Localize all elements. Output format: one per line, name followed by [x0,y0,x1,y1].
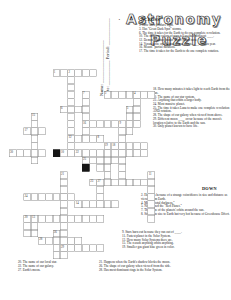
grid-cell[interactable] [140,142,147,149]
grid-cell[interactable] [148,193,155,200]
grid-cell[interactable] [82,244,89,251]
grid-cell[interactable] [89,120,96,127]
cell-number: 6 [61,106,63,110]
grid-cell[interactable] [82,150,89,157]
grid-cell[interactable] [60,69,67,76]
grid-cell[interactable] [31,230,38,237]
grid-cell[interactable] [16,150,23,157]
grid-cell[interactable] [148,208,155,215]
grid-cell[interactable] [75,215,82,222]
grid-cell[interactable] [118,128,125,135]
grid-cell[interactable] [82,69,89,76]
grid-cell[interactable] [67,84,74,91]
cell-number: 27 [98,179,101,183]
grid-cell-black [53,150,60,157]
grid-cell[interactable] [38,193,45,200]
grid-cell[interactable] [89,69,96,76]
grid-cell[interactable]: 9 [118,120,125,127]
grid-cell[interactable] [140,91,147,98]
clue-18: 18. How many minutes it takes light to r… [153,87,231,94]
grid-cell[interactable] [67,98,74,105]
grid-cell[interactable] [148,179,155,186]
cell-number: 13 [32,216,35,220]
across-clues-main: 1. How stars produce light.3. Has "Great… [139,23,231,53]
grid-cell[interactable] [45,237,52,244]
grid-cell[interactable] [97,244,104,251]
grid-cell[interactable] [133,150,140,157]
grid-cell[interactable] [53,244,60,251]
grid-cell[interactable] [89,157,96,164]
grid-cell[interactable] [133,142,140,149]
grid-cell[interactable]: 25 [82,157,89,164]
grid-cell[interactable] [118,150,125,157]
grid-cell[interactable] [133,120,140,127]
grid-cell[interactable] [24,150,31,157]
cell-number: 21 [61,172,64,176]
grid-cell[interactable] [75,237,82,244]
grid-cell[interactable] [67,77,74,84]
grid-cell[interactable] [60,193,67,200]
grid-cell[interactable] [104,179,111,186]
title-bullet: · [118,15,121,24]
grid-cell[interactable]: 19 [104,142,111,149]
grid-cell[interactable] [97,164,104,171]
grid-cell[interactable] [126,150,133,157]
grid-cell[interactable] [97,215,104,222]
grid-cell[interactable] [45,193,52,200]
grid-cell[interactable]: 27 [97,179,104,186]
grid-cell[interactable] [31,150,38,157]
grid-cell[interactable]: 3 [104,91,111,98]
clue-27: 27. Earth's moon. [18,267,97,271]
cell-number: 20 [25,216,28,220]
grid-cell[interactable]: 8 [97,135,104,142]
grid-cell[interactable] [82,215,89,222]
grid-cell[interactable] [148,91,155,98]
clue-25: 25. The time it takes Luna to make one c… [153,106,231,113]
clue-17: 17. The time it takes for the Earth to d… [139,49,231,53]
grid-cell[interactable]: 2 [67,69,74,76]
grid-cell[interactable]: 16 [82,120,89,127]
cell-number: 17 [25,128,28,132]
grid-cell[interactable]: 28 [38,237,45,244]
grid-cell[interactable] [24,230,31,237]
grid-cell[interactable] [118,179,125,186]
grid-cell[interactable] [53,237,60,244]
cell-number: 5 [127,106,129,110]
grid-cell[interactable]: 29 [60,244,67,251]
grid-cell[interactable] [67,150,74,157]
grid-cell[interactable] [104,150,111,157]
grid-cell[interactable] [97,201,104,208]
grid-cell[interactable]: 17 [24,128,31,135]
grid-cell[interactable] [24,223,31,230]
grid-cell[interactable] [53,193,60,200]
grid-cell[interactable] [126,91,133,98]
grid-cell[interactable] [133,98,140,105]
clue-28: 28. Has most dominant rings in the Solar… [99,267,229,271]
grid-cell[interactable]: 12 [67,135,74,142]
grid-cell[interactable] [31,128,38,135]
grid-cell[interactable] [82,128,89,135]
grid-cell[interactable] [126,128,133,135]
cell-number: 2 [68,70,70,74]
grid-cell[interactable] [31,142,38,149]
grid-cell[interactable] [118,171,125,178]
grid-cell[interactable]: 26 [53,230,60,237]
cell-number: 23 [90,179,93,183]
grid-cell[interactable] [82,106,89,113]
cell-number: 9 [119,121,121,125]
grid-cell[interactable] [67,128,74,135]
grid-cell[interactable] [67,237,74,244]
grid-cell[interactable] [60,179,67,186]
grid-cell[interactable] [104,164,111,171]
grid-cell[interactable] [133,113,140,120]
grid-cell[interactable] [133,179,140,186]
grid-cell[interactable] [82,201,89,208]
grid-cell[interactable] [140,179,147,186]
down-header: DOWN [202,186,217,191]
grid-cell[interactable] [118,91,125,98]
grid-cell[interactable] [38,150,45,157]
grid-cell[interactable] [60,201,67,208]
grid-cell[interactable]: 15 [31,113,38,120]
clue-number: 27. [18,267,23,271]
across-header: ACROSS [141,17,160,22]
grid-cell[interactable] [97,186,104,193]
grid-cell[interactable]: 23 [89,179,96,186]
grid-cell[interactable] [126,113,133,120]
grid-cell[interactable]: 7 [82,91,89,98]
grid-cell[interactable]: 4 [133,91,140,98]
grid-cell[interactable] [31,120,38,127]
cell-number: 10 [61,150,64,154]
grid-cell[interactable] [97,120,104,127]
grid-cell[interactable]: 22 [75,150,82,157]
grid-cell[interactable] [60,223,67,230]
grid-cell[interactable] [31,157,38,164]
clue-number: 17. [139,49,144,53]
grid-cell[interactable] [89,215,96,222]
cell-number: 29 [61,245,64,249]
grid-cell[interactable] [89,244,96,251]
grid-cell[interactable]: 20 [24,215,31,222]
grid-cell[interactable]: 21 [60,171,67,178]
cell-number: 22 [76,150,79,154]
grid-cell[interactable] [111,201,118,208]
grid-cell[interactable] [89,135,96,142]
grid-cell[interactable] [89,201,96,208]
grid-cell[interactable]: 1 [53,69,60,76]
grid-cell[interactable]: 14 [75,201,82,208]
grid-cell[interactable] [104,157,111,164]
cell-number: 11 [149,172,152,176]
cell-number: 15 [32,114,35,118]
grid-cell[interactable] [60,215,67,222]
grid-cell[interactable] [104,171,111,178]
grid-cell[interactable] [111,150,118,157]
grid-cell[interactable] [118,135,125,142]
grid-cell[interactable] [45,215,52,222]
worksheet-page: · Astronomy Puzzle Name: _______________… [0,0,231,300]
grid-cell[interactable] [89,150,96,157]
cell-number: 8 [98,135,100,139]
grid-cell[interactable] [60,237,67,244]
grid-cell[interactable] [67,244,74,251]
grid-cell[interactable]: 5 [126,106,133,113]
cell-number: 24 [25,194,28,198]
grid-cell[interactable] [140,150,147,157]
grid-cell[interactable] [82,135,89,142]
grid-cell[interactable] [38,128,45,135]
grid-cell[interactable] [31,223,38,230]
grid-cell[interactable] [104,120,111,127]
grid-cell[interactable] [82,98,89,105]
grid-cell[interactable] [53,215,60,222]
grid-cell[interactable] [60,252,67,259]
grid-cell[interactable] [53,252,60,259]
grid-cell[interactable] [60,208,67,215]
grid-cell[interactable]: 13 [31,215,38,222]
grid-cell[interactable] [148,186,155,193]
grid-cell[interactable] [31,135,38,142]
cell-number: 7 [83,92,85,96]
grid-cell[interactable] [67,91,74,98]
grid-cell[interactable] [126,179,133,186]
cell-number: 3 [105,92,107,96]
grid-cell[interactable] [148,215,155,222]
grid-cell[interactable] [118,157,125,164]
cell-number: 28 [39,238,42,242]
crossword-grid: 1273465151691712819183010222521112327241… [9,62,155,259]
down-clues-bottom-left: 20. The name of our local star.22. The n… [18,260,97,271]
grid-cell[interactable] [126,120,133,127]
grid-cell[interactable] [67,113,74,120]
grid-cell-black [82,164,89,171]
grid-cell[interactable]: 18 [111,142,118,149]
grid-cell[interactable] [75,244,82,251]
grid-cell[interactable] [118,142,125,149]
grid-cell[interactable] [126,142,133,149]
grid-cell[interactable] [104,201,111,208]
grid-cell[interactable] [133,106,140,113]
grid-cell[interactable] [67,120,74,127]
cell-number: 12 [68,135,71,139]
grid-cell[interactable]: 10 [60,150,67,157]
grid-cell[interactable] [148,201,155,208]
grid-cell[interactable] [111,157,118,164]
grid-cell[interactable] [60,186,67,193]
cell-number: 26 [54,230,57,234]
cell-number: 4 [134,92,136,96]
grid-cell[interactable] [97,157,104,164]
cell-number: 30 [10,150,13,154]
grid-cell[interactable] [75,135,82,142]
grid-cell[interactable]: 30 [9,150,16,157]
grid-cell[interactable] [60,230,67,237]
cell-number: 18 [112,143,115,147]
grid-cell[interactable] [75,106,82,113]
grid-cell[interactable] [67,142,74,149]
cell-number: 19 [105,143,108,147]
clue-30: 30. Only planet known to have life. [153,124,231,128]
grid-cell[interactable]: 11 [148,171,155,178]
down-clues-bottom-right: 21. Happens when the Earth's shadow bloc… [99,260,229,271]
grid-cell[interactable] [97,150,104,157]
cell-number: 14 [76,201,79,205]
grid-cell[interactable]: 24 [24,193,31,200]
grid-cell[interactable] [97,193,104,200]
grid-cell[interactable] [67,106,74,113]
grid-cell[interactable] [111,179,118,186]
clue-number: 28. [99,267,104,271]
grid-cell[interactable] [111,120,118,127]
cell-number: 16 [83,121,86,125]
grid-cell[interactable] [82,113,89,120]
cell-number: 1 [54,70,56,74]
across-clues-column2: 18. How many minutes it takes light to r… [153,87,231,128]
grid-cell[interactable]: 6 [60,106,67,113]
grid-cell[interactable] [67,215,74,222]
grid-cell[interactable] [38,215,45,222]
grid-cell[interactable] [118,164,125,171]
clue-29: 29. Different moon ____ occur because of… [153,117,231,124]
grid-cell[interactable] [75,69,82,76]
cell-number: 25 [83,157,86,161]
grid-cell[interactable] [31,193,38,200]
grid-cell[interactable] [111,91,118,98]
grid-cell[interactable] [67,193,74,200]
